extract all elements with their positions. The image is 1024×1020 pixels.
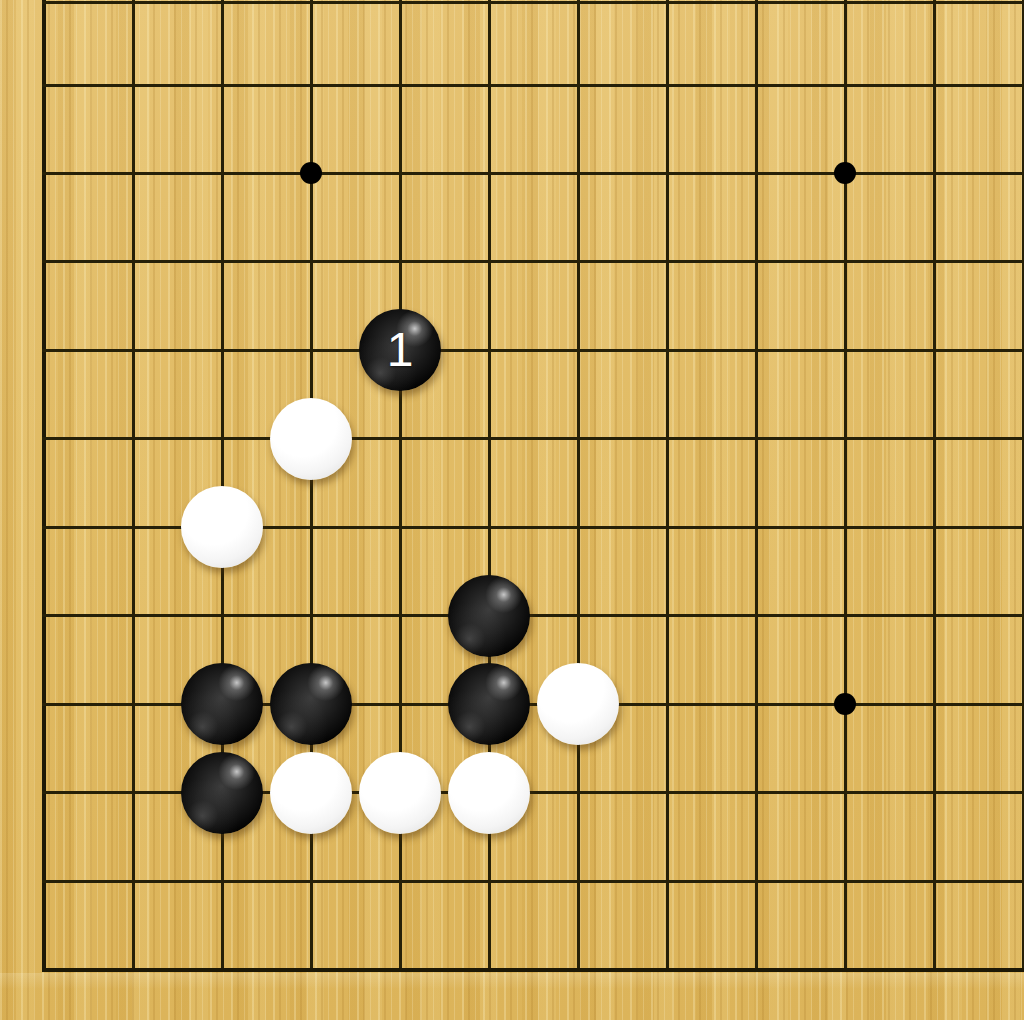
grid-line-horizontal-5 xyxy=(42,349,1024,352)
white-stone-G4 xyxy=(537,663,619,745)
grid-line-vertical-8 xyxy=(666,0,669,972)
go-board[interactable]: 1 xyxy=(0,0,1024,1020)
black-stone-E8: 1 xyxy=(359,309,441,391)
grid-line-horizontal-8 xyxy=(42,614,1024,617)
star-point-D10 xyxy=(300,162,322,184)
black-stone-C3 xyxy=(181,752,263,834)
white-stone-E3 xyxy=(359,752,441,834)
black-stone-F5 xyxy=(448,575,530,657)
grid-line-vertical-10 xyxy=(844,0,847,972)
grid-line-horizontal-2 xyxy=(42,84,1024,87)
black-stone-F4 xyxy=(448,663,530,745)
star-point-K10 xyxy=(834,162,856,184)
grid-line-vertical-1 xyxy=(42,0,46,972)
white-stone-C6 xyxy=(181,486,263,568)
grid-line-horizontal-12 xyxy=(42,968,1024,972)
board-bottom-bevel xyxy=(0,973,1024,989)
grid-line-vertical-11 xyxy=(933,0,936,972)
black-stone-C4 xyxy=(181,663,263,745)
grid-line-horizontal-4 xyxy=(42,260,1024,263)
grid-line-horizontal-3 xyxy=(42,172,1024,175)
white-stone-F3 xyxy=(448,752,530,834)
grid-line-vertical-2 xyxy=(132,0,135,972)
black-stone-D4 xyxy=(270,663,352,745)
grid-line-horizontal-11 xyxy=(42,880,1024,883)
grid-line-vertical-7 xyxy=(577,0,580,972)
grid-line-horizontal-6 xyxy=(42,437,1024,440)
grid-line-horizontal-1 xyxy=(42,1,1024,4)
white-stone-D7 xyxy=(270,398,352,480)
go-app-screen: 1 xyxy=(0,0,1024,1020)
move-number-label: 1 xyxy=(387,326,414,374)
grid-line-vertical-9 xyxy=(755,0,758,972)
white-stone-D3 xyxy=(270,752,352,834)
star-point-K4 xyxy=(834,693,856,715)
